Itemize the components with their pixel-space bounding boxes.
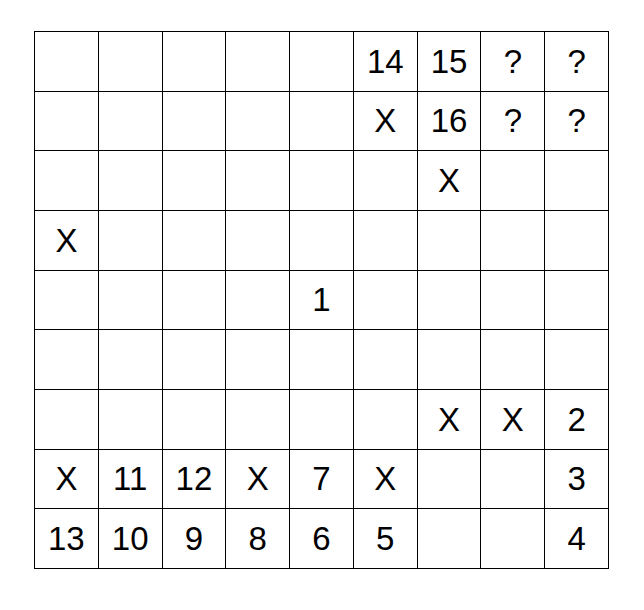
cell-r2c6: X	[354, 92, 418, 152]
cell-r9c1: 13	[35, 509, 99, 569]
cell-r5c2	[99, 271, 163, 331]
cell-r3c2	[99, 151, 163, 211]
cell-r6c3	[163, 330, 227, 390]
cell-r4c6	[354, 211, 418, 271]
cell-r1c7: 15	[418, 32, 482, 92]
cell-r1c2	[99, 32, 163, 92]
cell-r7c2	[99, 390, 163, 450]
cell-r3c5	[290, 151, 354, 211]
cell-r3c8	[481, 151, 545, 211]
cell-r4c4	[226, 211, 290, 271]
cell-r4c9	[545, 211, 609, 271]
cell-r8c7	[418, 450, 482, 510]
cell-r7c9: 2	[545, 390, 609, 450]
cell-r2c4	[226, 92, 290, 152]
cell-r4c1: X	[35, 211, 99, 271]
cell-r1c4	[226, 32, 290, 92]
cell-r7c8: X	[481, 390, 545, 450]
cell-r7c1	[35, 390, 99, 450]
cell-r4c2	[99, 211, 163, 271]
cell-r2c2	[99, 92, 163, 152]
cell-r4c3	[163, 211, 227, 271]
cell-r8c4: X	[226, 450, 290, 510]
cell-r6c4	[226, 330, 290, 390]
puzzle-page: 1415??X16??XX1XX2X1112X7X3131098654	[0, 0, 644, 610]
cell-r5c9	[545, 271, 609, 331]
cell-r1c3	[163, 32, 227, 92]
cell-r5c4	[226, 271, 290, 331]
cell-r9c9: 4	[545, 509, 609, 569]
cell-r5c6	[354, 271, 418, 331]
cell-r5c8	[481, 271, 545, 331]
cell-r9c8	[481, 509, 545, 569]
cell-r9c4: 8	[226, 509, 290, 569]
cell-r6c7	[418, 330, 482, 390]
cell-r1c1	[35, 32, 99, 92]
cell-r3c9	[545, 151, 609, 211]
cell-r3c6	[354, 151, 418, 211]
cell-r5c1	[35, 271, 99, 331]
cell-r3c3	[163, 151, 227, 211]
cell-r1c9: ?	[545, 32, 609, 92]
cell-r9c6: 5	[354, 509, 418, 569]
cell-r2c3	[163, 92, 227, 152]
cell-r5c7	[418, 271, 482, 331]
cell-r8c6: X	[354, 450, 418, 510]
cell-r7c6	[354, 390, 418, 450]
cell-r7c5	[290, 390, 354, 450]
cell-r9c7	[418, 509, 482, 569]
cell-r7c3	[163, 390, 227, 450]
cell-r7c4	[226, 390, 290, 450]
cell-r2c8: ?	[481, 92, 545, 152]
cell-r8c2: 11	[99, 450, 163, 510]
puzzle-grid: 1415??X16??XX1XX2X1112X7X3131098654	[34, 31, 609, 569]
cell-r8c3: 12	[163, 450, 227, 510]
cell-r9c5: 6	[290, 509, 354, 569]
cell-r5c5: 1	[290, 271, 354, 331]
cell-r3c1	[35, 151, 99, 211]
cell-r9c3: 9	[163, 509, 227, 569]
cell-r8c5: 7	[290, 450, 354, 510]
cell-r3c4	[226, 151, 290, 211]
cell-r6c9	[545, 330, 609, 390]
cell-r6c6	[354, 330, 418, 390]
cell-r5c3	[163, 271, 227, 331]
cell-r1c8: ?	[481, 32, 545, 92]
cell-r1c5	[290, 32, 354, 92]
cell-r6c8	[481, 330, 545, 390]
cell-r6c2	[99, 330, 163, 390]
cell-r4c7	[418, 211, 482, 271]
cell-r2c9: ?	[545, 92, 609, 152]
cell-r8c1: X	[35, 450, 99, 510]
cell-r7c7: X	[418, 390, 482, 450]
cell-r4c5	[290, 211, 354, 271]
cell-r2c1	[35, 92, 99, 152]
cell-r8c8	[481, 450, 545, 510]
cell-r4c8	[481, 211, 545, 271]
cell-r6c5	[290, 330, 354, 390]
cell-r3c7: X	[418, 151, 482, 211]
cell-r9c2: 10	[99, 509, 163, 569]
cell-r2c5	[290, 92, 354, 152]
cell-r1c6: 14	[354, 32, 418, 92]
cell-r2c7: 16	[418, 92, 482, 152]
cell-r6c1	[35, 330, 99, 390]
cell-r8c9: 3	[545, 450, 609, 510]
